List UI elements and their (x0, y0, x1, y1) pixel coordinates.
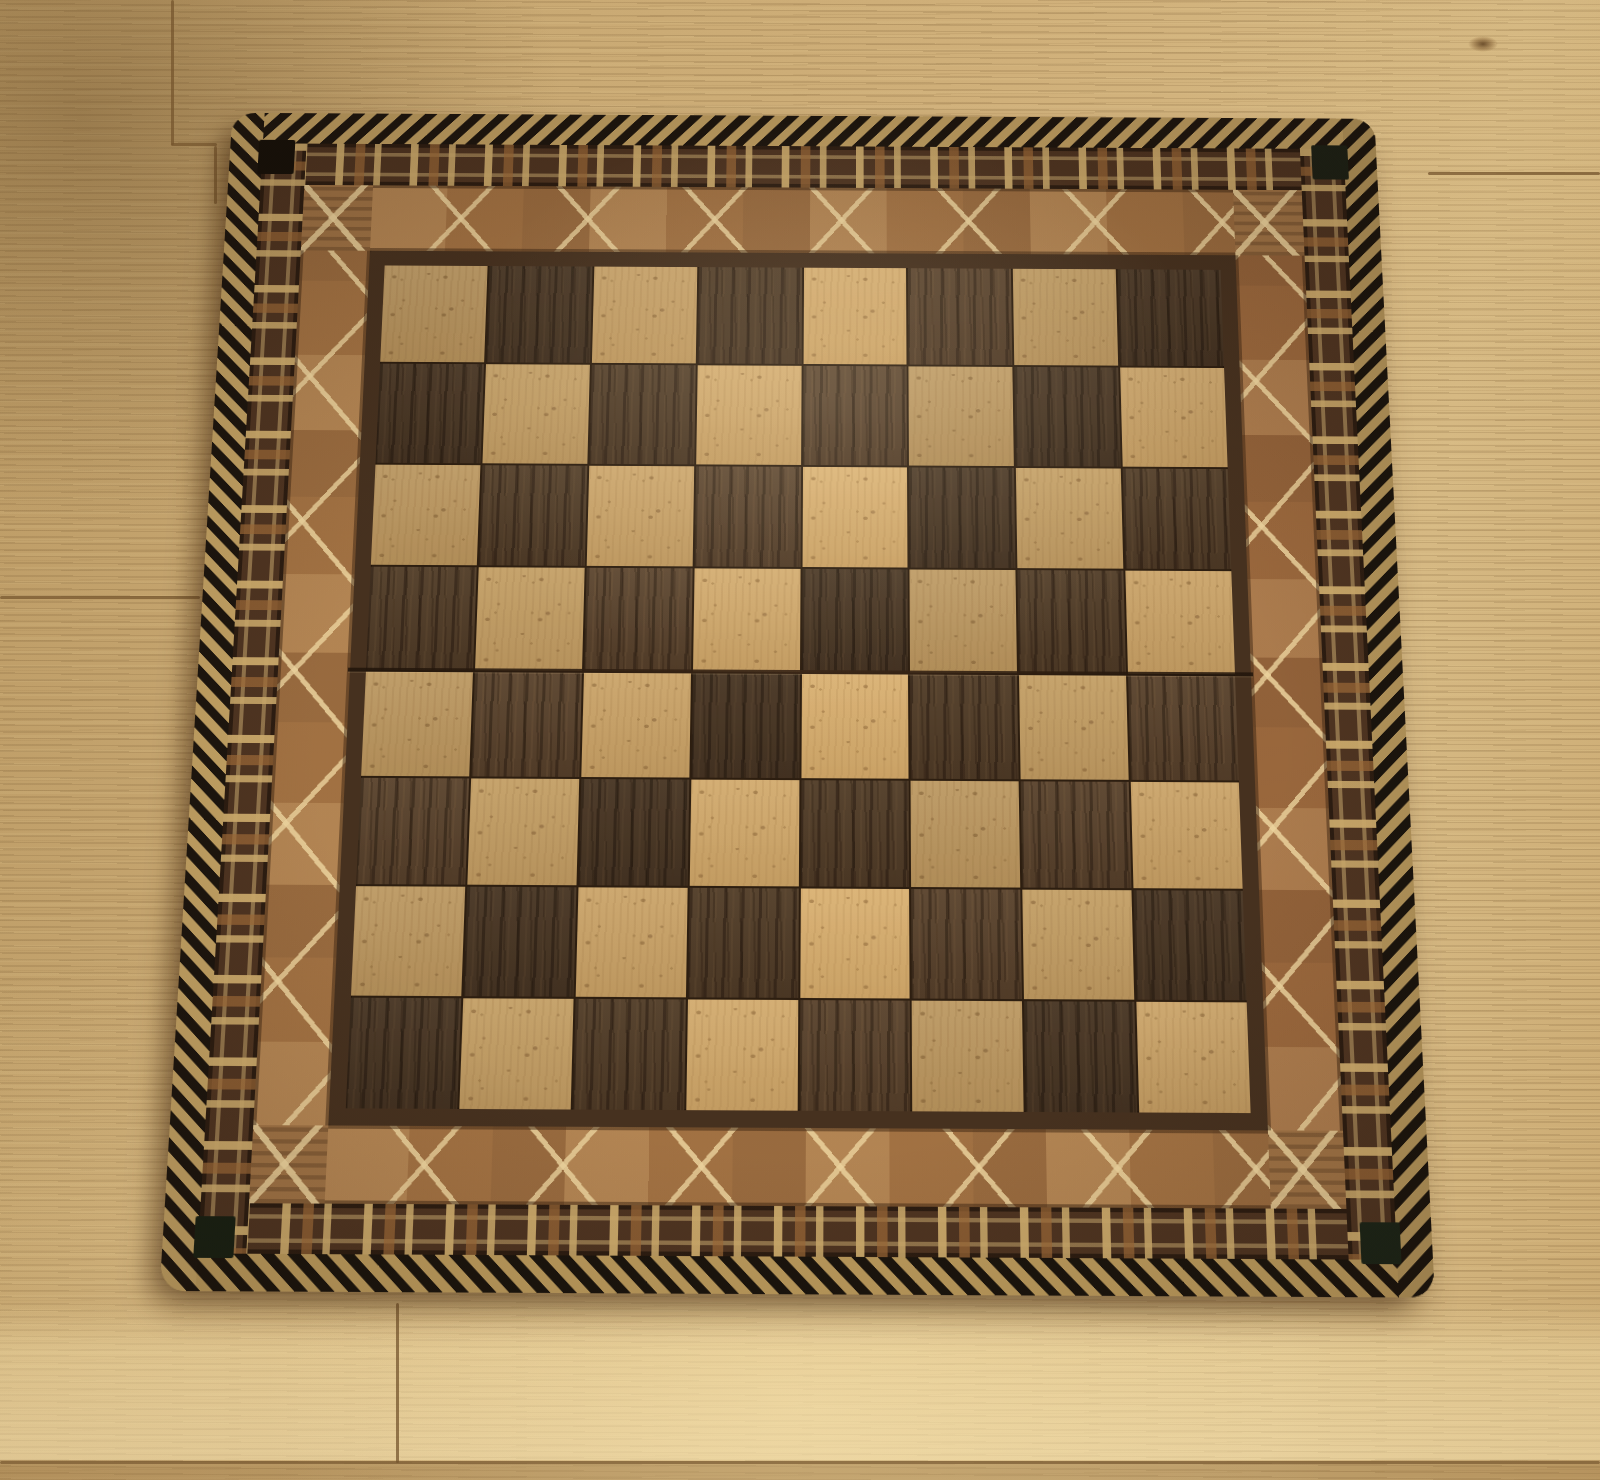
square-c7 (589, 365, 695, 464)
square-h6 (1123, 468, 1231, 569)
square-b7 (482, 365, 589, 464)
square-a5 (366, 567, 477, 670)
square-c3 (578, 779, 689, 886)
square-c5 (584, 568, 692, 671)
lattice-corner-top-right (1233, 190, 1305, 256)
square-e4 (801, 673, 909, 778)
corner-inlay-bottom-left (193, 1216, 235, 1258)
square-f5 (910, 570, 1017, 673)
lattice-corner-bottom-right (1268, 1130, 1347, 1209)
square-a6 (371, 464, 480, 565)
square-g5 (1018, 570, 1126, 673)
square-c6 (586, 466, 693, 567)
lattice-band-bottom (249, 1125, 1346, 1209)
square-e5 (802, 569, 909, 672)
square-g8 (1013, 269, 1118, 366)
square-a3 (356, 778, 469, 885)
square-d2 (688, 888, 799, 997)
edge-stripe-band-bottom (160, 1253, 1435, 1297)
square-g6 (1016, 468, 1123, 569)
corner-inlay-top-left (257, 140, 295, 174)
square-b3 (467, 778, 579, 885)
square-g7 (1015, 367, 1121, 466)
square-d3 (689, 779, 799, 886)
floor-plank-seam (396, 1303, 399, 1463)
chain-band-bottom (198, 1203, 1397, 1260)
floor-bottom-plank (0, 1464, 1600, 1480)
chain-band-top (260, 143, 1345, 190)
corner-inlay-bottom-right (1360, 1222, 1402, 1264)
square-f6 (909, 467, 1015, 568)
square-e7 (803, 366, 908, 465)
square-e3 (800, 780, 909, 887)
square-f3 (911, 781, 1021, 888)
floor-knot (1468, 36, 1498, 52)
floor-plank-seam (214, 146, 217, 204)
floor-plank-seam (1428, 172, 1600, 175)
chessboard (160, 113, 1435, 1298)
square-g4 (1019, 675, 1129, 780)
square-h7 (1120, 368, 1227, 467)
square-d7 (696, 366, 801, 465)
square-e2 (800, 889, 910, 998)
corner-inlay-top-right (1311, 145, 1349, 179)
lattice-corner-top-left (301, 185, 373, 251)
square-g2 (1023, 890, 1135, 999)
square-g1 (1024, 1001, 1137, 1113)
floor-plank-seam (0, 596, 200, 599)
square-a2 (351, 886, 465, 995)
square-h3 (1131, 782, 1243, 889)
square-h1 (1136, 1001, 1250, 1113)
floor-plank-seam (171, 0, 174, 145)
square-h5 (1125, 571, 1234, 674)
square-b1 (459, 998, 573, 1110)
square-f2 (911, 889, 1022, 998)
square-h8 (1118, 269, 1224, 366)
square-h2 (1134, 890, 1247, 999)
square-e6 (802, 467, 908, 568)
square-d6 (694, 466, 800, 567)
square-f1 (912, 1000, 1024, 1112)
square-a7 (376, 364, 484, 463)
square-b5 (475, 567, 585, 670)
floor-bright-plank (0, 1302, 1600, 1460)
square-a4 (361, 671, 473, 776)
square-d5 (693, 568, 800, 671)
square-b6 (479, 465, 587, 566)
square-c1 (573, 998, 686, 1110)
square-c4 (581, 672, 691, 777)
square-g3 (1021, 781, 1132, 888)
square-b8 (486, 266, 592, 363)
playing-area (346, 265, 1251, 1113)
square-d1 (686, 999, 798, 1111)
square-e8 (803, 268, 907, 365)
square-e1 (799, 1000, 910, 1112)
square-c8 (592, 267, 697, 364)
square-f4 (910, 674, 1018, 779)
square-h4 (1128, 675, 1239, 780)
square-d8 (697, 267, 801, 364)
lattice-corner-bottom-left (249, 1125, 328, 1204)
square-b2 (463, 887, 576, 996)
square-a1 (346, 997, 461, 1109)
floor-plank-seam (0, 1461, 1600, 1464)
square-f7 (909, 367, 1014, 466)
floor-plank-seam (171, 143, 217, 146)
photo-scene (0, 0, 1600, 1480)
square-f8 (908, 268, 1012, 365)
square-d4 (691, 673, 799, 778)
lattice-band-top (301, 185, 1305, 256)
square-c2 (575, 888, 687, 997)
square-a8 (380, 265, 487, 362)
square-b4 (471, 672, 582, 777)
